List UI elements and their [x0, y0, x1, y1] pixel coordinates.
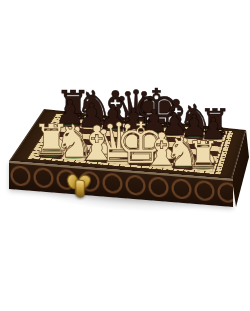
clasp-body	[75, 179, 85, 198]
brass-clasp-icon	[67, 172, 91, 202]
product-photo-chess-set: ♜♞♝♛♚♝♞♜♟♟♟♟♟♟♟♟♟♟♟♟♟♟♟♟♜♞♝♛♚♝♞♜	[0, 0, 250, 311]
